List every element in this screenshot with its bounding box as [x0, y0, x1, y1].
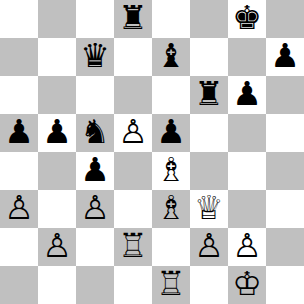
square-h8[interactable] [266, 0, 304, 38]
square-b3[interactable] [38, 190, 76, 228]
white-pawn: ♙ [80, 189, 110, 227]
square-a4[interactable] [0, 152, 38, 190]
square-b4[interactable] [38, 152, 76, 190]
black-pawn: ♟ [80, 151, 110, 189]
square-g7[interactable] [228, 38, 266, 76]
white-bishop: ♗ [156, 151, 186, 189]
chess-board: ♜♚♛♝♟♜♟♟♟♞♙♟♟♗♙♙♗♕♙♖♙♙♖♔ [0, 0, 304, 304]
square-b7[interactable] [38, 38, 76, 76]
white-pawn: ♙ [194, 227, 224, 265]
square-d5[interactable]: ♙ [114, 114, 152, 152]
square-a8[interactable] [0, 0, 38, 38]
square-c4[interactable]: ♟ [76, 152, 114, 190]
square-h4[interactable] [266, 152, 304, 190]
white-bishop: ♗ [156, 189, 186, 227]
square-c1[interactable] [76, 266, 114, 304]
square-a6[interactable] [0, 76, 38, 114]
square-b1[interactable] [38, 266, 76, 304]
square-g3[interactable] [228, 190, 266, 228]
square-d4[interactable] [114, 152, 152, 190]
square-e8[interactable] [152, 0, 190, 38]
square-h5[interactable] [266, 114, 304, 152]
black-rook: ♜ [194, 75, 224, 113]
white-queen: ♕ [194, 189, 224, 227]
black-pawn: ♟ [156, 113, 186, 151]
black-pawn: ♟ [232, 75, 262, 113]
black-pawn: ♟ [4, 113, 34, 151]
square-d1[interactable] [114, 266, 152, 304]
square-e7[interactable]: ♝ [152, 38, 190, 76]
square-e1[interactable]: ♖ [152, 266, 190, 304]
square-a2[interactable] [0, 228, 38, 266]
square-h2[interactable] [266, 228, 304, 266]
square-e5[interactable]: ♟ [152, 114, 190, 152]
white-pawn: ♙ [232, 227, 262, 265]
square-h1[interactable] [266, 266, 304, 304]
white-pawn: ♙ [118, 113, 148, 151]
square-b5[interactable]: ♟ [38, 114, 76, 152]
square-f5[interactable] [190, 114, 228, 152]
square-f6[interactable]: ♜ [190, 76, 228, 114]
square-h7[interactable]: ♟ [266, 38, 304, 76]
square-f7[interactable] [190, 38, 228, 76]
black-pawn: ♟ [270, 37, 300, 75]
square-b6[interactable] [38, 76, 76, 114]
square-d8[interactable]: ♜ [114, 0, 152, 38]
square-g8[interactable]: ♚ [228, 0, 266, 38]
square-f4[interactable] [190, 152, 228, 190]
square-g1[interactable]: ♔ [228, 266, 266, 304]
black-knight: ♞ [80, 113, 110, 151]
black-king: ♚ [232, 0, 262, 37]
black-pawn: ♟ [42, 113, 72, 151]
square-h6[interactable] [266, 76, 304, 114]
square-c6[interactable] [76, 76, 114, 114]
square-e2[interactable] [152, 228, 190, 266]
square-a5[interactable]: ♟ [0, 114, 38, 152]
square-e4[interactable]: ♗ [152, 152, 190, 190]
square-g5[interactable] [228, 114, 266, 152]
square-c2[interactable] [76, 228, 114, 266]
square-f1[interactable] [190, 266, 228, 304]
white-pawn: ♙ [42, 227, 72, 265]
white-rook: ♖ [118, 227, 148, 265]
chess-board-container: ♜♚♛♝♟♜♟♟♟♞♙♟♟♗♙♙♗♕♙♖♙♙♖♔ [0, 0, 304, 304]
black-queen: ♛ [80, 37, 110, 75]
white-pawn: ♙ [4, 189, 34, 227]
square-d7[interactable] [114, 38, 152, 76]
square-a3[interactable]: ♙ [0, 190, 38, 228]
square-h3[interactable] [266, 190, 304, 228]
square-g4[interactable] [228, 152, 266, 190]
square-a7[interactable] [0, 38, 38, 76]
square-b8[interactable] [38, 0, 76, 38]
square-c5[interactable]: ♞ [76, 114, 114, 152]
square-f2[interactable]: ♙ [190, 228, 228, 266]
square-d6[interactable] [114, 76, 152, 114]
square-a1[interactable] [0, 266, 38, 304]
white-rook: ♖ [156, 265, 186, 303]
square-b2[interactable]: ♙ [38, 228, 76, 266]
square-d3[interactable] [114, 190, 152, 228]
square-f3[interactable]: ♕ [190, 190, 228, 228]
black-rook: ♜ [118, 0, 148, 37]
square-e6[interactable] [152, 76, 190, 114]
square-f8[interactable] [190, 0, 228, 38]
black-bishop: ♝ [156, 37, 186, 75]
square-g6[interactable]: ♟ [228, 76, 266, 114]
square-d2[interactable]: ♖ [114, 228, 152, 266]
white-king: ♔ [232, 265, 262, 303]
square-c3[interactable]: ♙ [76, 190, 114, 228]
square-c8[interactable] [76, 0, 114, 38]
square-e3[interactable]: ♗ [152, 190, 190, 228]
square-g2[interactable]: ♙ [228, 228, 266, 266]
square-c7[interactable]: ♛ [76, 38, 114, 76]
